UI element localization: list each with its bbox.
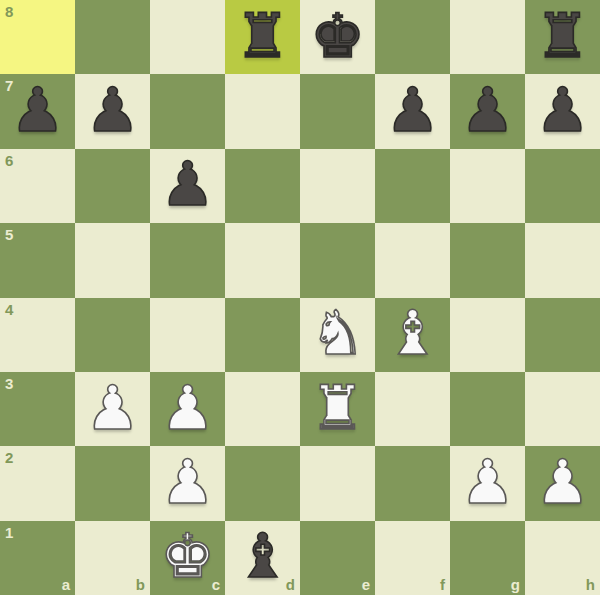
white-pawn-piece[interactable]: ♟ bbox=[535, 451, 590, 516]
square-a6[interactable]: 6 bbox=[0, 149, 75, 223]
rank-label-3: 3 bbox=[5, 376, 13, 391]
square-h4[interactable] bbox=[525, 298, 600, 372]
square-d2[interactable] bbox=[225, 446, 300, 520]
black-rook-piece[interactable]: ♜ bbox=[235, 5, 290, 70]
square-f5[interactable] bbox=[375, 223, 450, 297]
square-c1[interactable]: c♚ bbox=[150, 521, 225, 595]
white-pawn-piece[interactable]: ♟ bbox=[160, 377, 215, 442]
square-d7[interactable] bbox=[225, 74, 300, 148]
square-b2[interactable] bbox=[75, 446, 150, 520]
square-a8[interactable]: 8 bbox=[0, 0, 75, 74]
square-d8[interactable]: ♜ bbox=[225, 0, 300, 74]
square-h6[interactable] bbox=[525, 149, 600, 223]
black-king-piece[interactable]: ♚ bbox=[310, 5, 365, 70]
black-pawn-piece[interactable]: ♟ bbox=[460, 79, 515, 144]
square-c2[interactable]: ♟ bbox=[150, 446, 225, 520]
square-g3[interactable] bbox=[450, 372, 525, 446]
square-f4[interactable]: ♝ bbox=[375, 298, 450, 372]
square-e6[interactable] bbox=[300, 149, 375, 223]
rank-label-8: 8 bbox=[5, 4, 13, 19]
square-h3[interactable] bbox=[525, 372, 600, 446]
file-label-e: e bbox=[362, 577, 370, 592]
square-a1[interactable]: 1a bbox=[0, 521, 75, 595]
square-h5[interactable] bbox=[525, 223, 600, 297]
square-e5[interactable] bbox=[300, 223, 375, 297]
file-label-c: c bbox=[212, 577, 220, 592]
black-pawn-piece[interactable]: ♟ bbox=[160, 153, 215, 218]
file-label-g: g bbox=[511, 577, 520, 592]
square-c4[interactable] bbox=[150, 298, 225, 372]
square-h2[interactable]: ♟ bbox=[525, 446, 600, 520]
square-a2[interactable]: 2 bbox=[0, 446, 75, 520]
square-a3[interactable]: 3 bbox=[0, 372, 75, 446]
square-e4[interactable]: ♞ bbox=[300, 298, 375, 372]
square-b7[interactable]: ♟ bbox=[75, 74, 150, 148]
chess-board: 8♜♚♜7♟♟♟♟♟6♟54♞♝3♟♟♜2♟♟♟1abc♚d♝efgh bbox=[0, 0, 600, 595]
file-label-b: b bbox=[136, 577, 145, 592]
square-f1[interactable]: f bbox=[375, 521, 450, 595]
file-label-a: a bbox=[62, 577, 70, 592]
square-h1[interactable]: h bbox=[525, 521, 600, 595]
chess-board-wrap: 8♜♚♜7♟♟♟♟♟6♟54♞♝3♟♟♜2♟♟♟1abc♚d♝efgh bbox=[0, 0, 600, 595]
square-b4[interactable] bbox=[75, 298, 150, 372]
square-e7[interactable] bbox=[300, 74, 375, 148]
square-c5[interactable] bbox=[150, 223, 225, 297]
square-f6[interactable] bbox=[375, 149, 450, 223]
square-f7[interactable]: ♟ bbox=[375, 74, 450, 148]
square-b1[interactable]: b bbox=[75, 521, 150, 595]
square-h8[interactable]: ♜ bbox=[525, 0, 600, 74]
rank-label-1: 1 bbox=[5, 525, 13, 540]
square-b3[interactable]: ♟ bbox=[75, 372, 150, 446]
square-d4[interactable] bbox=[225, 298, 300, 372]
black-pawn-piece[interactable]: ♟ bbox=[10, 79, 65, 144]
square-g1[interactable]: g bbox=[450, 521, 525, 595]
square-d1[interactable]: d♝ bbox=[225, 521, 300, 595]
square-g2[interactable]: ♟ bbox=[450, 446, 525, 520]
black-bishop-piece[interactable]: ♝ bbox=[235, 525, 290, 590]
square-e8[interactable]: ♚ bbox=[300, 0, 375, 74]
white-king-piece[interactable]: ♚ bbox=[160, 525, 215, 590]
rank-label-4: 4 bbox=[5, 302, 13, 317]
square-g6[interactable] bbox=[450, 149, 525, 223]
file-label-f: f bbox=[440, 577, 445, 592]
black-pawn-piece[interactable]: ♟ bbox=[385, 79, 440, 144]
white-bishop-piece[interactable]: ♝ bbox=[385, 302, 440, 367]
rank-label-7: 7 bbox=[5, 78, 13, 93]
square-d3[interactable] bbox=[225, 372, 300, 446]
square-b6[interactable] bbox=[75, 149, 150, 223]
square-c3[interactable]: ♟ bbox=[150, 372, 225, 446]
file-label-d: d bbox=[286, 577, 295, 592]
square-c6[interactable]: ♟ bbox=[150, 149, 225, 223]
square-b8[interactable] bbox=[75, 0, 150, 74]
square-e1[interactable]: e bbox=[300, 521, 375, 595]
square-f3[interactable] bbox=[375, 372, 450, 446]
white-pawn-piece[interactable]: ♟ bbox=[460, 451, 515, 516]
square-c8[interactable] bbox=[150, 0, 225, 74]
rank-label-6: 6 bbox=[5, 153, 13, 168]
square-a5[interactable]: 5 bbox=[0, 223, 75, 297]
square-g7[interactable]: ♟ bbox=[450, 74, 525, 148]
square-d5[interactable] bbox=[225, 223, 300, 297]
square-h7[interactable]: ♟ bbox=[525, 74, 600, 148]
square-g8[interactable] bbox=[450, 0, 525, 74]
square-e2[interactable] bbox=[300, 446, 375, 520]
square-f2[interactable] bbox=[375, 446, 450, 520]
rank-label-2: 2 bbox=[5, 450, 13, 465]
black-rook-piece[interactable]: ♜ bbox=[535, 5, 590, 70]
white-pawn-piece[interactable]: ♟ bbox=[85, 377, 140, 442]
square-g4[interactable] bbox=[450, 298, 525, 372]
square-e3[interactable]: ♜ bbox=[300, 372, 375, 446]
white-pawn-piece[interactable]: ♟ bbox=[160, 451, 215, 516]
square-d6[interactable] bbox=[225, 149, 300, 223]
white-rook-piece[interactable]: ♜ bbox=[310, 377, 365, 442]
square-g5[interactable] bbox=[450, 223, 525, 297]
square-f8[interactable] bbox=[375, 0, 450, 74]
square-a7[interactable]: 7♟ bbox=[0, 74, 75, 148]
square-b5[interactable] bbox=[75, 223, 150, 297]
black-pawn-piece[interactable]: ♟ bbox=[85, 79, 140, 144]
black-pawn-piece[interactable]: ♟ bbox=[535, 79, 590, 144]
file-label-h: h bbox=[586, 577, 595, 592]
rank-label-5: 5 bbox=[5, 227, 13, 242]
white-knight-piece[interactable]: ♞ bbox=[310, 302, 365, 367]
square-c7[interactable] bbox=[150, 74, 225, 148]
square-a4[interactable]: 4 bbox=[0, 298, 75, 372]
